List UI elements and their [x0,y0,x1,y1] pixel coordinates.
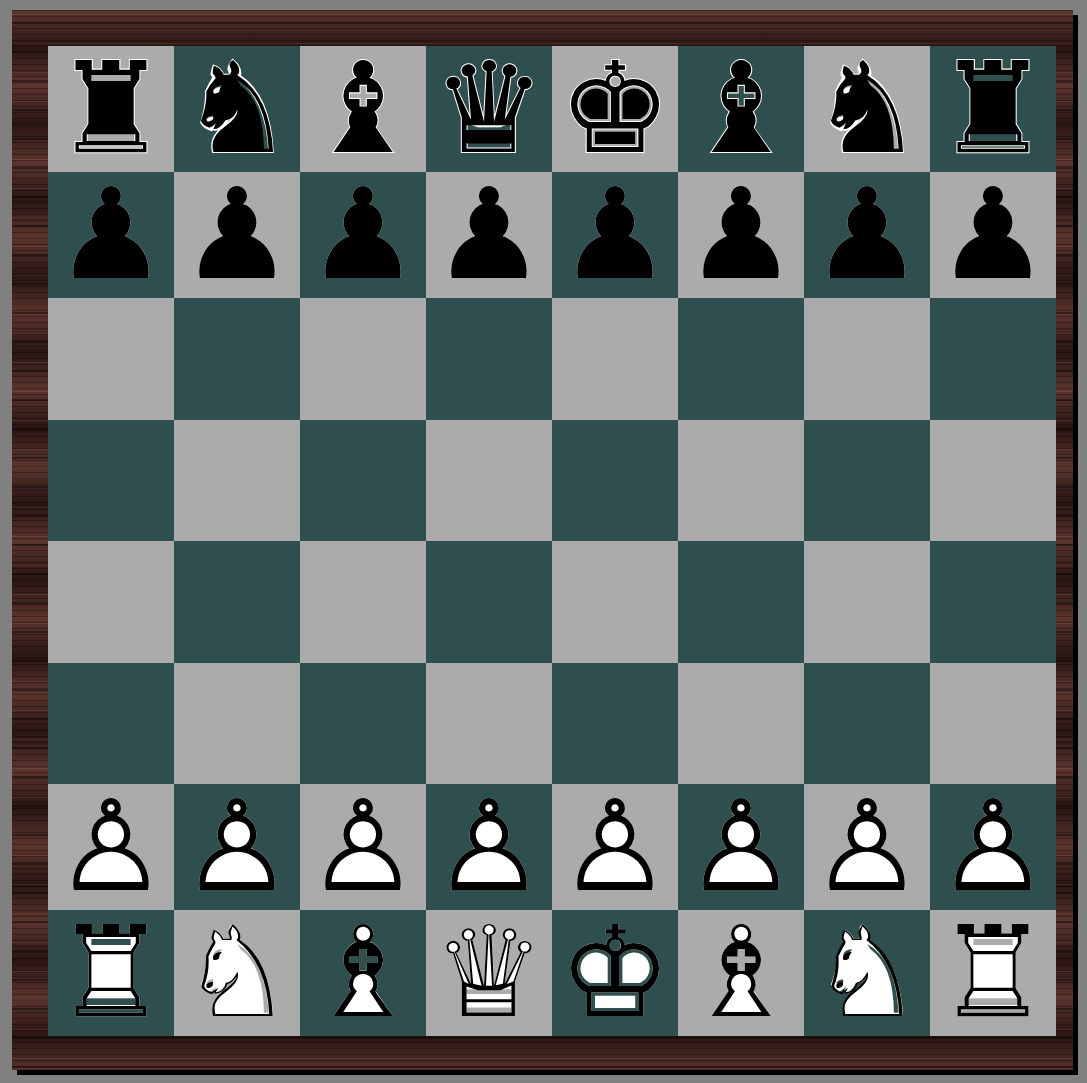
square-d3[interactable] [426,663,552,785]
white-bishop-f1[interactable]: ♝♗ [678,910,804,1036]
piece-overlay: ♙ [433,784,546,910]
black-pawn-e7[interactable]: ♟♟ [552,172,678,298]
piece-overlay: ♟ [559,172,672,298]
black-pawn-a7[interactable]: ♟♟ [48,172,174,298]
white-pawn-e2[interactable]: ♟♙ [552,784,678,910]
piece-overlay: ♟ [937,172,1050,298]
square-a4[interactable] [48,541,174,663]
square-e2[interactable]: ♟♙ [552,784,678,910]
piece-overlay: ♟ [685,172,798,298]
square-f4[interactable] [678,541,804,663]
square-h2[interactable]: ♟♙ [930,784,1056,910]
square-a6[interactable] [48,298,174,420]
square-d4[interactable] [426,541,552,663]
square-g7[interactable]: ♟♟ [804,172,930,298]
square-a1[interactable]: ♜♖ [48,910,174,1036]
square-g6[interactable] [804,298,930,420]
square-a8[interactable]: ♖♜ [48,46,174,172]
white-rook-a1[interactable]: ♜♖ [48,910,174,1036]
black-bishop-c8[interactable]: ♗♝ [300,46,426,172]
piece-overlay: ♝ [685,46,798,172]
square-h4[interactable] [930,541,1056,663]
piece-overlay: ♙ [811,784,924,910]
piece-overlay: ♟ [811,172,924,298]
piece-overlay: ♙ [937,784,1050,910]
black-knight-g8[interactable]: ♘♞ [804,46,930,172]
white-pawn-f2[interactable]: ♟♙ [678,784,804,910]
square-e3[interactable] [552,663,678,785]
white-rook-h1[interactable]: ♜♖ [930,910,1056,1036]
white-king-e1[interactable]: ♚♔ [552,910,678,1036]
black-queen-d8[interactable]: ♕♛ [426,46,552,172]
black-pawn-d7[interactable]: ♟♟ [426,172,552,298]
white-pawn-d2[interactable]: ♟♙ [426,784,552,910]
white-knight-g1[interactable]: ♞♘ [804,910,930,1036]
square-g1[interactable]: ♞♘ [804,910,930,1036]
square-b6[interactable] [174,298,300,420]
black-pawn-g7[interactable]: ♟♟ [804,172,930,298]
piece-overlay: ♙ [55,784,168,910]
square-g2[interactable]: ♟♙ [804,784,930,910]
piece-overlay: ♟ [433,172,546,298]
piece-overlay: ♜ [55,46,168,172]
piece-overlay: ♘ [181,910,294,1036]
black-pawn-h7[interactable]: ♟♟ [930,172,1056,298]
white-queen-d1[interactable]: ♛♕ [426,910,552,1036]
square-d8[interactable]: ♕♛ [426,46,552,172]
square-f5[interactable] [678,420,804,542]
square-e1[interactable]: ♚♔ [552,910,678,1036]
square-b7[interactable]: ♟♟ [174,172,300,298]
square-c6[interactable] [300,298,426,420]
square-b3[interactable] [174,663,300,785]
square-e6[interactable] [552,298,678,420]
white-knight-b1[interactable]: ♞♘ [174,910,300,1036]
board-frame: ♖♜♘♞♗♝♕♛♔♚♗♝♘♞♖♜♟♟♟♟♟♟♟♟♟♟♟♟♟♟♟♟♟♙♟♙♟♙♟♙… [12,10,1073,1070]
square-g3[interactable] [804,663,930,785]
square-h6[interactable] [930,298,1056,420]
black-knight-b8[interactable]: ♘♞ [174,46,300,172]
square-a7[interactable]: ♟♟ [48,172,174,298]
piece-overlay: ♙ [559,784,672,910]
piece-overlay: ♟ [181,172,294,298]
square-a5[interactable] [48,420,174,542]
square-d2[interactable]: ♟♙ [426,784,552,910]
black-pawn-f7[interactable]: ♟♟ [678,172,804,298]
piece-overlay: ♞ [181,46,294,172]
piece-overlay: ♜ [937,46,1050,172]
square-f8[interactable]: ♗♝ [678,46,804,172]
square-b4[interactable] [174,541,300,663]
square-c8[interactable]: ♗♝ [300,46,426,172]
square-h7[interactable]: ♟♟ [930,172,1056,298]
square-f1[interactable]: ♝♗ [678,910,804,1036]
square-d7[interactable]: ♟♟ [426,172,552,298]
square-e8[interactable]: ♔♚ [552,46,678,172]
piece-overlay: ♕ [433,910,546,1036]
square-b8[interactable]: ♘♞ [174,46,300,172]
square-d1[interactable]: ♛♕ [426,910,552,1036]
black-bishop-f8[interactable]: ♗♝ [678,46,804,172]
piece-overlay: ♛ [433,46,546,172]
square-b2[interactable]: ♟♙ [174,784,300,910]
piece-overlay: ♙ [685,784,798,910]
square-d6[interactable] [426,298,552,420]
piece-overlay: ♖ [55,910,168,1036]
square-d5[interactable] [426,420,552,542]
square-c5[interactable] [300,420,426,542]
piece-overlay: ♚ [559,46,672,172]
square-g5[interactable] [804,420,930,542]
black-pawn-b7[interactable]: ♟♟ [174,172,300,298]
square-b5[interactable] [174,420,300,542]
white-pawn-c2[interactable]: ♟♙ [300,784,426,910]
piece-overlay: ♗ [307,910,420,1036]
black-rook-a8[interactable]: ♖♜ [48,46,174,172]
white-pawn-h2[interactable]: ♟♙ [930,784,1056,910]
piece-overlay: ♟ [55,172,168,298]
piece-overlay: ♝ [307,46,420,172]
square-e7[interactable]: ♟♟ [552,172,678,298]
square-b1[interactable]: ♞♘ [174,910,300,1036]
black-king-e8[interactable]: ♔♚ [552,46,678,172]
piece-overlay: ♟ [307,172,420,298]
square-h5[interactable] [930,420,1056,542]
black-rook-h8[interactable]: ♖♜ [930,46,1056,172]
square-h8[interactable]: ♖♜ [930,46,1056,172]
square-g4[interactable] [804,541,930,663]
square-c7[interactable]: ♟♟ [300,172,426,298]
square-f6[interactable] [678,298,804,420]
square-c1[interactable]: ♝♗ [300,910,426,1036]
square-a2[interactable]: ♟♙ [48,784,174,910]
square-g8[interactable]: ♘♞ [804,46,930,172]
square-e4[interactable] [552,541,678,663]
piece-overlay: ♔ [559,910,672,1036]
square-f7[interactable]: ♟♟ [678,172,804,298]
chess-board: ♖♜♘♞♗♝♕♛♔♚♗♝♘♞♖♜♟♟♟♟♟♟♟♟♟♟♟♟♟♟♟♟♟♙♟♙♟♙♟♙… [48,46,1035,1036]
piece-overlay: ♗ [685,910,798,1036]
square-h3[interactable] [930,663,1056,785]
black-pawn-c7[interactable]: ♟♟ [300,172,426,298]
square-c2[interactable]: ♟♙ [300,784,426,910]
square-c3[interactable] [300,663,426,785]
piece-overlay: ♞ [811,46,924,172]
square-h1[interactable]: ♜♖ [930,910,1056,1036]
piece-overlay: ♖ [937,910,1050,1036]
piece-overlay: ♘ [811,910,924,1036]
white-bishop-c1[interactable]: ♝♗ [300,910,426,1036]
white-pawn-b2[interactable]: ♟♙ [174,784,300,910]
square-c4[interactable] [300,541,426,663]
square-f3[interactable] [678,663,804,785]
white-pawn-a2[interactable]: ♟♙ [48,784,174,910]
white-pawn-g2[interactable]: ♟♙ [804,784,930,910]
piece-overlay: ♙ [181,784,294,910]
square-e5[interactable] [552,420,678,542]
piece-overlay: ♙ [307,784,420,910]
square-f2[interactable]: ♟♙ [678,784,804,910]
square-a3[interactable] [48,663,174,785]
